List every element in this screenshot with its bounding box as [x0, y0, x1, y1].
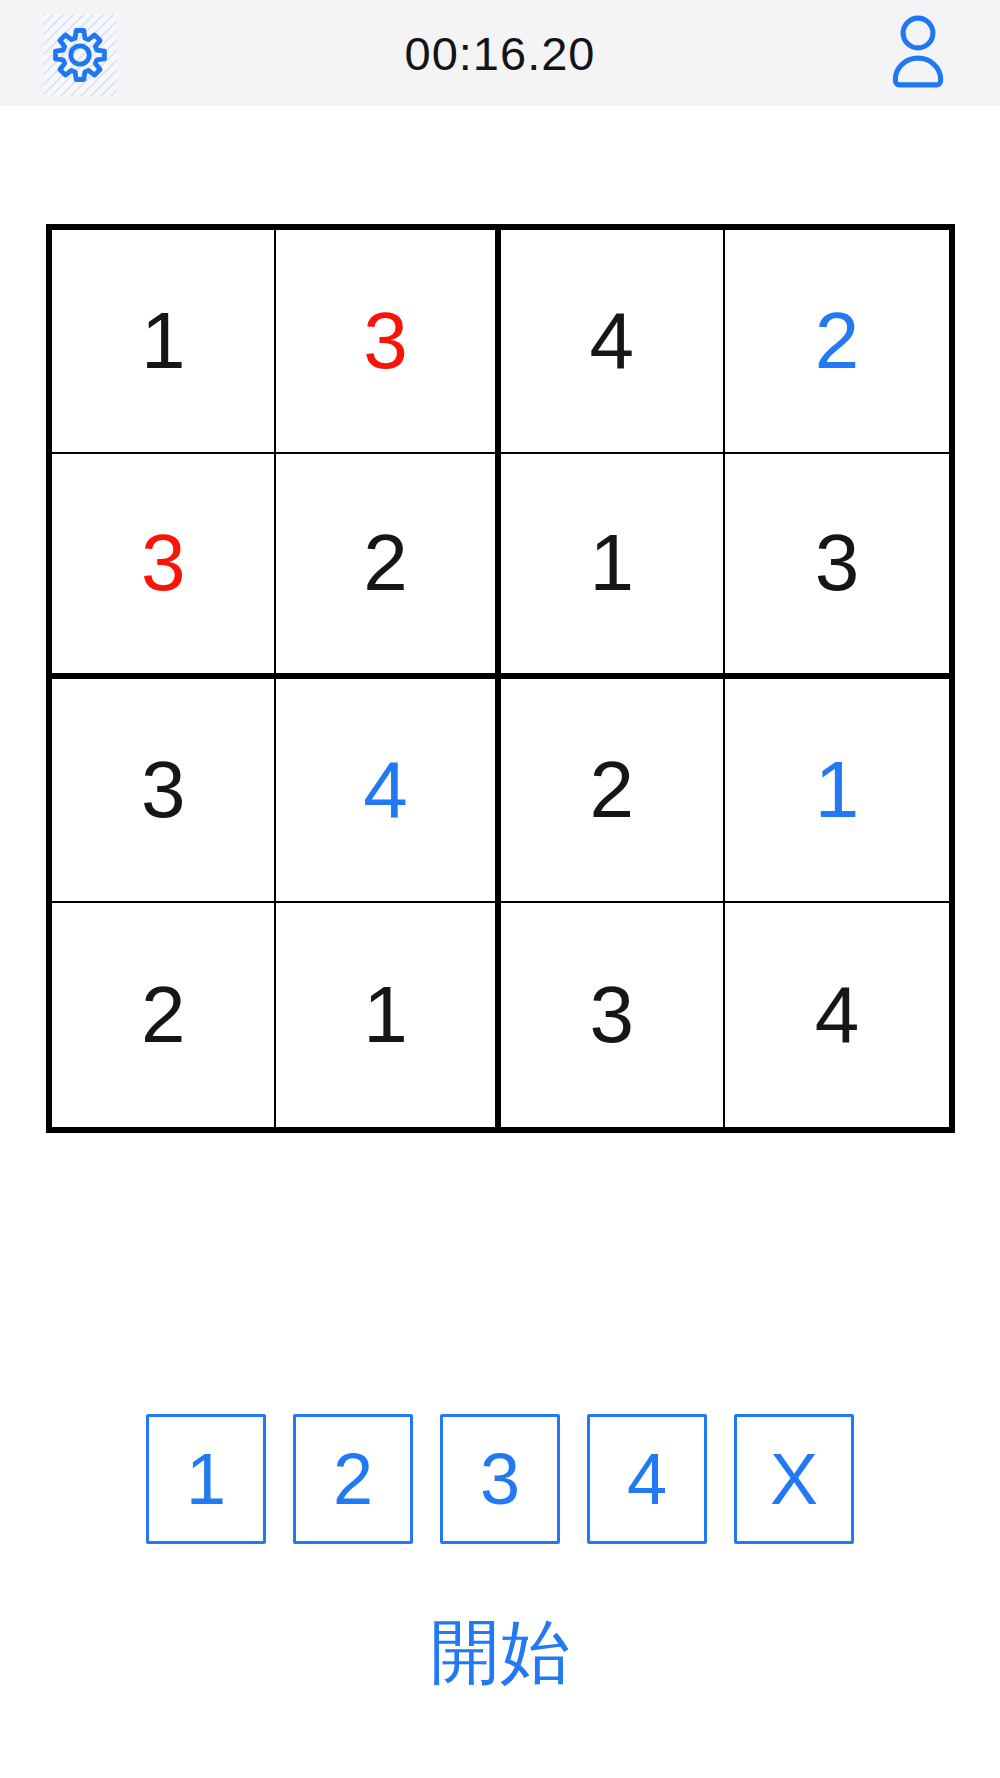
- board-cell-r2c3[interactable]: 1: [501, 454, 725, 678]
- board-cell-r2c1[interactable]: 3: [52, 454, 276, 678]
- header-bar: 00:16.20: [0, 0, 1000, 106]
- start-button[interactable]: 開始: [0, 1608, 1000, 1698]
- board-cell-r1c4[interactable]: 2: [725, 230, 949, 454]
- board-cell-r4c1[interactable]: 2: [52, 903, 276, 1127]
- board-cell-r3c1[interactable]: 3: [52, 679, 276, 903]
- board-cell-r2c2[interactable]: 2: [276, 454, 500, 678]
- board-cell-r3c4[interactable]: 1: [725, 679, 949, 903]
- person-icon: [891, 15, 945, 89]
- timer-display: 00:16.20: [0, 0, 1000, 106]
- numpad-button-4[interactable]: 4: [587, 1414, 707, 1544]
- sudoku-board: 1342321334212134: [46, 224, 955, 1133]
- board-cell-r4c3[interactable]: 3: [501, 903, 725, 1127]
- numpad-button-2[interactable]: 2: [293, 1414, 413, 1544]
- number-pad: 1234X: [0, 1414, 1000, 1544]
- board-cell-r3c3[interactable]: 2: [501, 679, 725, 903]
- profile-button[interactable]: [888, 10, 948, 94]
- board-cell-r1c2[interactable]: 3: [276, 230, 500, 454]
- board-cell-r1c3[interactable]: 4: [501, 230, 725, 454]
- board-cell-r4c4[interactable]: 4: [725, 903, 949, 1127]
- numpad-button-1[interactable]: 1: [146, 1414, 266, 1544]
- numpad-button-X[interactable]: X: [734, 1414, 854, 1544]
- board-cell-r4c2[interactable]: 1: [276, 903, 500, 1127]
- numpad-button-3[interactable]: 3: [440, 1414, 560, 1544]
- board-cell-r3c2[interactable]: 4: [276, 679, 500, 903]
- board-cell-r1c1[interactable]: 1: [52, 230, 276, 454]
- board-cell-r2c4[interactable]: 3: [725, 454, 949, 678]
